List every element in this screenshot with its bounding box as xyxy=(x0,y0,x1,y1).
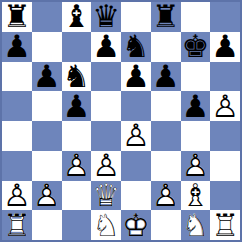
square-e6[interactable]: ♟ xyxy=(121,62,151,92)
square-c8[interactable]: ♝ xyxy=(62,2,92,32)
piece-white-bishop[interactable]: ♝♗ xyxy=(181,181,209,211)
square-c3[interactable]: ♟♙ xyxy=(62,151,92,181)
square-g6[interactable] xyxy=(181,62,211,92)
square-h4[interactable] xyxy=(210,121,240,151)
square-b8[interactable] xyxy=(32,2,62,32)
square-c5[interactable]: ♟ xyxy=(62,91,92,121)
square-h7[interactable]: ♟ xyxy=(210,32,240,62)
square-h8[interactable] xyxy=(210,2,240,32)
square-a1[interactable]: ♜♖ xyxy=(2,210,32,240)
square-a4[interactable] xyxy=(2,121,32,151)
piece-black-queen[interactable]: ♛ xyxy=(92,2,120,32)
square-f6[interactable]: ♟ xyxy=(151,62,181,92)
piece-white-rook[interactable]: ♜♖ xyxy=(3,210,31,240)
piece-white-knight[interactable]: ♞♘ xyxy=(181,210,209,240)
square-g2[interactable]: ♝♗ xyxy=(181,181,211,211)
square-c1[interactable] xyxy=(62,210,92,240)
square-b6[interactable]: ♟ xyxy=(32,62,62,92)
square-h2[interactable] xyxy=(210,181,240,211)
square-e7[interactable]: ♞ xyxy=(121,32,151,62)
square-d5[interactable] xyxy=(91,91,121,121)
piece-black-pawn[interactable]: ♟ xyxy=(152,62,180,92)
square-b7[interactable] xyxy=(32,32,62,62)
square-f5[interactable] xyxy=(151,91,181,121)
square-g3[interactable]: ♟♙ xyxy=(181,151,211,181)
square-h1[interactable]: ♜♖ xyxy=(210,210,240,240)
piece-white-pawn[interactable]: ♟♙ xyxy=(181,151,209,181)
square-a7[interactable]: ♟ xyxy=(2,32,32,62)
piece-black-pawn[interactable]: ♟ xyxy=(122,62,150,92)
piece-white-queen[interactable]: ♛♕ xyxy=(92,181,120,211)
square-c4[interactable] xyxy=(62,121,92,151)
piece-white-pawn[interactable]: ♟♙ xyxy=(211,91,239,121)
piece-black-king[interactable]: ♚ xyxy=(181,32,209,62)
square-a5[interactable] xyxy=(2,91,32,121)
chess-app: ♜♝♛♜♟♟♞♚♟♟♞♟♟♟♟♟♙♟♙♟♙♟♙♟♙♟♙♟♙♛♕♟♙♝♗♜♖♞♘♚… xyxy=(0,0,242,242)
square-f8[interactable]: ♜ xyxy=(151,2,181,32)
square-e5[interactable] xyxy=(121,91,151,121)
square-a2[interactable]: ♟♙ xyxy=(2,181,32,211)
square-a6[interactable] xyxy=(2,62,32,92)
piece-black-bishop[interactable]: ♝ xyxy=(62,2,90,32)
square-g7[interactable]: ♚ xyxy=(181,32,211,62)
piece-white-pawn[interactable]: ♟♙ xyxy=(3,181,31,211)
square-h5[interactable]: ♟♙ xyxy=(210,91,240,121)
square-b3[interactable] xyxy=(32,151,62,181)
square-b4[interactable] xyxy=(32,121,62,151)
square-e8[interactable] xyxy=(121,2,151,32)
square-f4[interactable] xyxy=(151,121,181,151)
square-b2[interactable]: ♟♙ xyxy=(32,181,62,211)
piece-white-knight[interactable]: ♞♘ xyxy=(92,210,120,240)
piece-white-pawn[interactable]: ♟♙ xyxy=(152,181,180,211)
piece-black-pawn[interactable]: ♟ xyxy=(62,91,90,121)
square-e3[interactable] xyxy=(121,151,151,181)
piece-white-pawn[interactable]: ♟♙ xyxy=(92,151,120,181)
square-d8[interactable]: ♛ xyxy=(91,2,121,32)
square-d7[interactable]: ♟ xyxy=(91,32,121,62)
square-d1[interactable]: ♞♘ xyxy=(91,210,121,240)
square-d6[interactable] xyxy=(91,62,121,92)
square-f3[interactable] xyxy=(151,151,181,181)
piece-black-pawn[interactable]: ♟ xyxy=(181,91,209,121)
square-f7[interactable] xyxy=(151,32,181,62)
square-g8[interactable] xyxy=(181,2,211,32)
square-b1[interactable] xyxy=(32,210,62,240)
square-e4[interactable]: ♟♙ xyxy=(121,121,151,151)
square-b5[interactable] xyxy=(32,91,62,121)
square-g4[interactable] xyxy=(181,121,211,151)
piece-white-pawn[interactable]: ♟♙ xyxy=(62,151,90,181)
chess-board: ♜♝♛♜♟♟♞♚♟♟♞♟♟♟♟♟♙♟♙♟♙♟♙♟♙♟♙♟♙♛♕♟♙♝♗♜♖♞♘♚… xyxy=(0,0,242,242)
piece-black-knight[interactable]: ♞ xyxy=(122,32,150,62)
piece-white-rook[interactable]: ♜♖ xyxy=(211,210,239,240)
square-g1[interactable]: ♞♘ xyxy=(181,210,211,240)
square-f2[interactable]: ♟♙ xyxy=(151,181,181,211)
piece-black-rook[interactable]: ♜ xyxy=(3,2,31,32)
piece-white-pawn[interactable]: ♟♙ xyxy=(33,181,61,211)
square-h3[interactable] xyxy=(210,151,240,181)
square-c2[interactable] xyxy=(62,181,92,211)
square-h6[interactable] xyxy=(210,62,240,92)
square-f1[interactable] xyxy=(151,210,181,240)
square-a3[interactable] xyxy=(2,151,32,181)
piece-black-pawn[interactable]: ♟ xyxy=(33,62,61,92)
square-e1[interactable]: ♚♔ xyxy=(121,210,151,240)
piece-white-king[interactable]: ♚♔ xyxy=(122,210,150,240)
piece-white-pawn[interactable]: ♟♙ xyxy=(122,121,150,151)
square-a8[interactable]: ♜ xyxy=(2,2,32,32)
piece-black-pawn[interactable]: ♟ xyxy=(211,32,239,62)
piece-black-rook[interactable]: ♜ xyxy=(152,2,180,32)
square-c7[interactable] xyxy=(62,32,92,62)
square-g5[interactable]: ♟ xyxy=(181,91,211,121)
square-d2[interactable]: ♛♕ xyxy=(91,181,121,211)
piece-black-knight[interactable]: ♞ xyxy=(62,62,90,92)
square-d3[interactable]: ♟♙ xyxy=(91,151,121,181)
piece-black-pawn[interactable]: ♟ xyxy=(3,32,31,62)
piece-black-pawn[interactable]: ♟ xyxy=(92,32,120,62)
square-e2[interactable] xyxy=(121,181,151,211)
square-c6[interactable]: ♞ xyxy=(62,62,92,92)
square-d4[interactable] xyxy=(91,121,121,151)
